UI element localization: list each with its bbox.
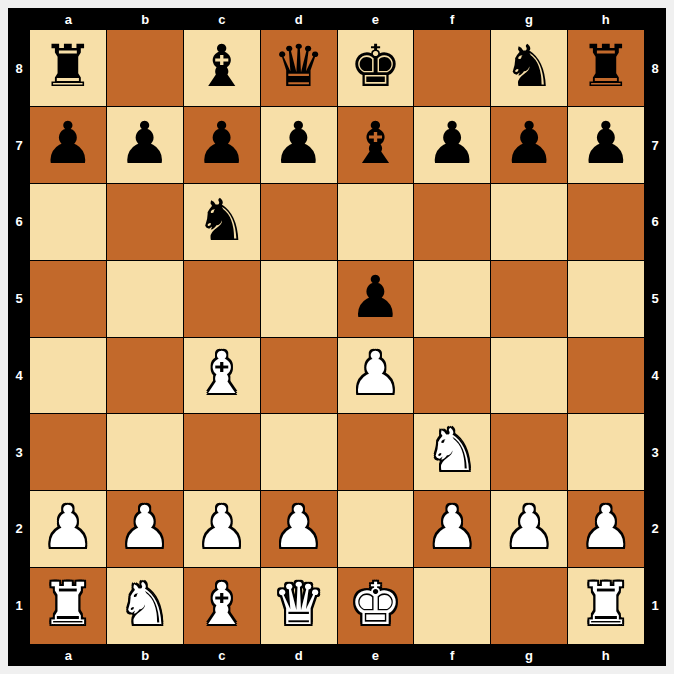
black-pawn-c7[interactable]: ♟ [196, 114, 248, 172]
rank-label-left-1: 1 [8, 567, 30, 644]
square-a3[interactable] [30, 414, 106, 490]
file-label-bottom-c: c [184, 644, 261, 666]
square-h8[interactable]: ♜ [568, 30, 644, 106]
square-e7[interactable]: ♝ [338, 107, 414, 183]
square-d3[interactable] [261, 414, 337, 490]
black-pawn-f7[interactable]: ♟ [426, 114, 478, 172]
rank-label-right-5: 5 [644, 260, 666, 337]
black-pawn-d7[interactable]: ♟ [273, 114, 325, 172]
square-b7[interactable]: ♟ [107, 107, 183, 183]
rank-label-left-4: 4 [8, 337, 30, 414]
square-c6[interactable]: ♞ [184, 184, 260, 260]
file-label-top-b: b [107, 8, 184, 30]
square-a8[interactable]: ♜ [30, 30, 106, 106]
square-d5[interactable] [261, 261, 337, 337]
square-c1[interactable]: ♝ [184, 568, 260, 644]
square-e8[interactable]: ♚ [338, 30, 414, 106]
rank-label-left-3: 3 [8, 414, 30, 491]
rank-label-left-2: 2 [8, 491, 30, 568]
square-c7[interactable]: ♟ [184, 107, 260, 183]
file-labels-bottom: abcdefgh [30, 644, 644, 666]
rank-label-left-8: 8 [8, 30, 30, 107]
rank-label-left-5: 5 [8, 260, 30, 337]
square-f8[interactable] [414, 30, 490, 106]
white-pawn-h2[interactable]: ♟ [580, 498, 632, 556]
square-f6[interactable] [414, 184, 490, 260]
white-bishop-c1[interactable]: ♝ [196, 575, 248, 633]
board-frame: abcdefgh abcdefgh 87654321 87654321 ♜♝♛♚… [8, 8, 666, 666]
square-h2[interactable]: ♟ [568, 491, 644, 567]
file-label-bottom-h: h [567, 644, 644, 666]
square-f2[interactable]: ♟ [414, 491, 490, 567]
square-e4[interactable]: ♟ [338, 338, 414, 414]
rank-label-right-1: 1 [644, 567, 666, 644]
square-b6[interactable] [107, 184, 183, 260]
rank-label-right-8: 8 [644, 30, 666, 107]
square-e2[interactable] [338, 491, 414, 567]
square-h1[interactable]: ♜ [568, 568, 644, 644]
square-a5[interactable] [30, 261, 106, 337]
white-pawn-a2[interactable]: ♟ [42, 498, 94, 556]
white-knight-f3[interactable]: ♞ [426, 421, 478, 479]
square-a7[interactable]: ♟ [30, 107, 106, 183]
file-label-bottom-d: d [260, 644, 337, 666]
square-a6[interactable] [30, 184, 106, 260]
black-pawn-e5[interactable]: ♟ [349, 268, 401, 326]
square-e1[interactable]: ♚ [338, 568, 414, 644]
square-b2[interactable]: ♟ [107, 491, 183, 567]
black-pawn-g7[interactable]: ♟ [503, 114, 555, 172]
file-labels-top: abcdefgh [30, 8, 644, 30]
square-h7[interactable]: ♟ [568, 107, 644, 183]
white-rook-a1[interactable]: ♜ [42, 575, 94, 633]
square-h4[interactable] [568, 338, 644, 414]
square-f7[interactable]: ♟ [414, 107, 490, 183]
square-b1[interactable]: ♞ [107, 568, 183, 644]
rank-label-right-2: 2 [644, 491, 666, 568]
square-h3[interactable] [568, 414, 644, 490]
black-king-e8[interactable]: ♚ [349, 37, 401, 95]
rank-label-right-3: 3 [644, 414, 666, 491]
square-f5[interactable] [414, 261, 490, 337]
rank-labels-right: 87654321 [644, 30, 666, 644]
rank-label-right-7: 7 [644, 107, 666, 184]
square-d2[interactable]: ♟ [261, 491, 337, 567]
black-pawn-h7[interactable]: ♟ [580, 114, 632, 172]
square-c5[interactable] [184, 261, 260, 337]
square-b4[interactable] [107, 338, 183, 414]
square-c4[interactable]: ♝ [184, 338, 260, 414]
file-label-top-h: h [567, 8, 644, 30]
black-rook-h8[interactable]: ♜ [580, 37, 632, 95]
file-label-bottom-b: b [107, 644, 184, 666]
square-d1[interactable]: ♛ [261, 568, 337, 644]
square-h5[interactable] [568, 261, 644, 337]
black-knight-g8[interactable]: ♞ [503, 37, 555, 95]
white-pawn-e4[interactable]: ♟ [349, 344, 401, 402]
square-f3[interactable]: ♞ [414, 414, 490, 490]
white-pawn-d2[interactable]: ♟ [273, 498, 325, 556]
board: ♜♝♛♚♞♜♟♟♟♟♝♟♟♟♞♟♝♟♞♟♟♟♟♟♟♟♜♞♝♛♚♜ [30, 30, 644, 644]
rank-labels-left: 87654321 [8, 30, 30, 644]
rank-label-right-6: 6 [644, 184, 666, 261]
file-label-bottom-f: f [414, 644, 491, 666]
file-label-bottom-e: e [337, 644, 414, 666]
square-d8[interactable]: ♛ [261, 30, 337, 106]
black-queen-d8[interactable]: ♛ [273, 37, 325, 95]
file-label-top-d: d [260, 8, 337, 30]
square-h6[interactable] [568, 184, 644, 260]
white-pawn-c2[interactable]: ♟ [196, 498, 248, 556]
rank-label-left-6: 6 [8, 184, 30, 261]
white-bishop-c4[interactable]: ♝ [196, 344, 248, 402]
black-bishop-c8[interactable]: ♝ [196, 37, 248, 95]
white-pawn-f2[interactable]: ♟ [426, 498, 478, 556]
white-king-e1[interactable]: ♚ [349, 575, 401, 633]
square-f1[interactable] [414, 568, 490, 644]
black-knight-c6[interactable]: ♞ [196, 191, 248, 249]
square-c3[interactable] [184, 414, 260, 490]
white-queen-d1[interactable]: ♛ [273, 575, 325, 633]
square-f4[interactable] [414, 338, 490, 414]
square-g7[interactable]: ♟ [491, 107, 567, 183]
file-label-bottom-g: g [491, 644, 568, 666]
black-pawn-b7[interactable]: ♟ [119, 114, 171, 172]
file-label-top-e: e [337, 8, 414, 30]
black-pawn-a7[interactable]: ♟ [42, 114, 94, 172]
square-e6[interactable] [338, 184, 414, 260]
square-g3[interactable] [491, 414, 567, 490]
black-bishop-e7[interactable]: ♝ [349, 114, 401, 172]
square-d4[interactable] [261, 338, 337, 414]
square-g2[interactable]: ♟ [491, 491, 567, 567]
square-b8[interactable] [107, 30, 183, 106]
square-g5[interactable] [491, 261, 567, 337]
square-e5[interactable]: ♟ [338, 261, 414, 337]
white-rook-h1[interactable]: ♜ [580, 575, 632, 633]
rank-label-left-7: 7 [8, 107, 30, 184]
square-a1[interactable]: ♜ [30, 568, 106, 644]
square-e3[interactable] [338, 414, 414, 490]
file-label-bottom-a: a [30, 644, 107, 666]
square-b5[interactable] [107, 261, 183, 337]
black-rook-a8[interactable]: ♜ [42, 37, 94, 95]
file-label-top-a: a [30, 8, 107, 30]
square-c8[interactable]: ♝ [184, 30, 260, 106]
white-pawn-g2[interactable]: ♟ [503, 498, 555, 556]
white-knight-b1[interactable]: ♞ [119, 575, 171, 633]
square-b3[interactable] [107, 414, 183, 490]
square-g6[interactable] [491, 184, 567, 260]
file-label-top-f: f [414, 8, 491, 30]
square-c2[interactable]: ♟ [184, 491, 260, 567]
file-label-top-g: g [491, 8, 568, 30]
rank-label-right-4: 4 [644, 337, 666, 414]
white-pawn-b2[interactable]: ♟ [119, 498, 171, 556]
square-a4[interactable] [30, 338, 106, 414]
square-g8[interactable]: ♞ [491, 30, 567, 106]
square-a2[interactable]: ♟ [30, 491, 106, 567]
square-d6[interactable] [261, 184, 337, 260]
square-d7[interactable]: ♟ [261, 107, 337, 183]
file-label-top-c: c [184, 8, 261, 30]
square-g4[interactable] [491, 338, 567, 414]
square-g1[interactable] [491, 568, 567, 644]
